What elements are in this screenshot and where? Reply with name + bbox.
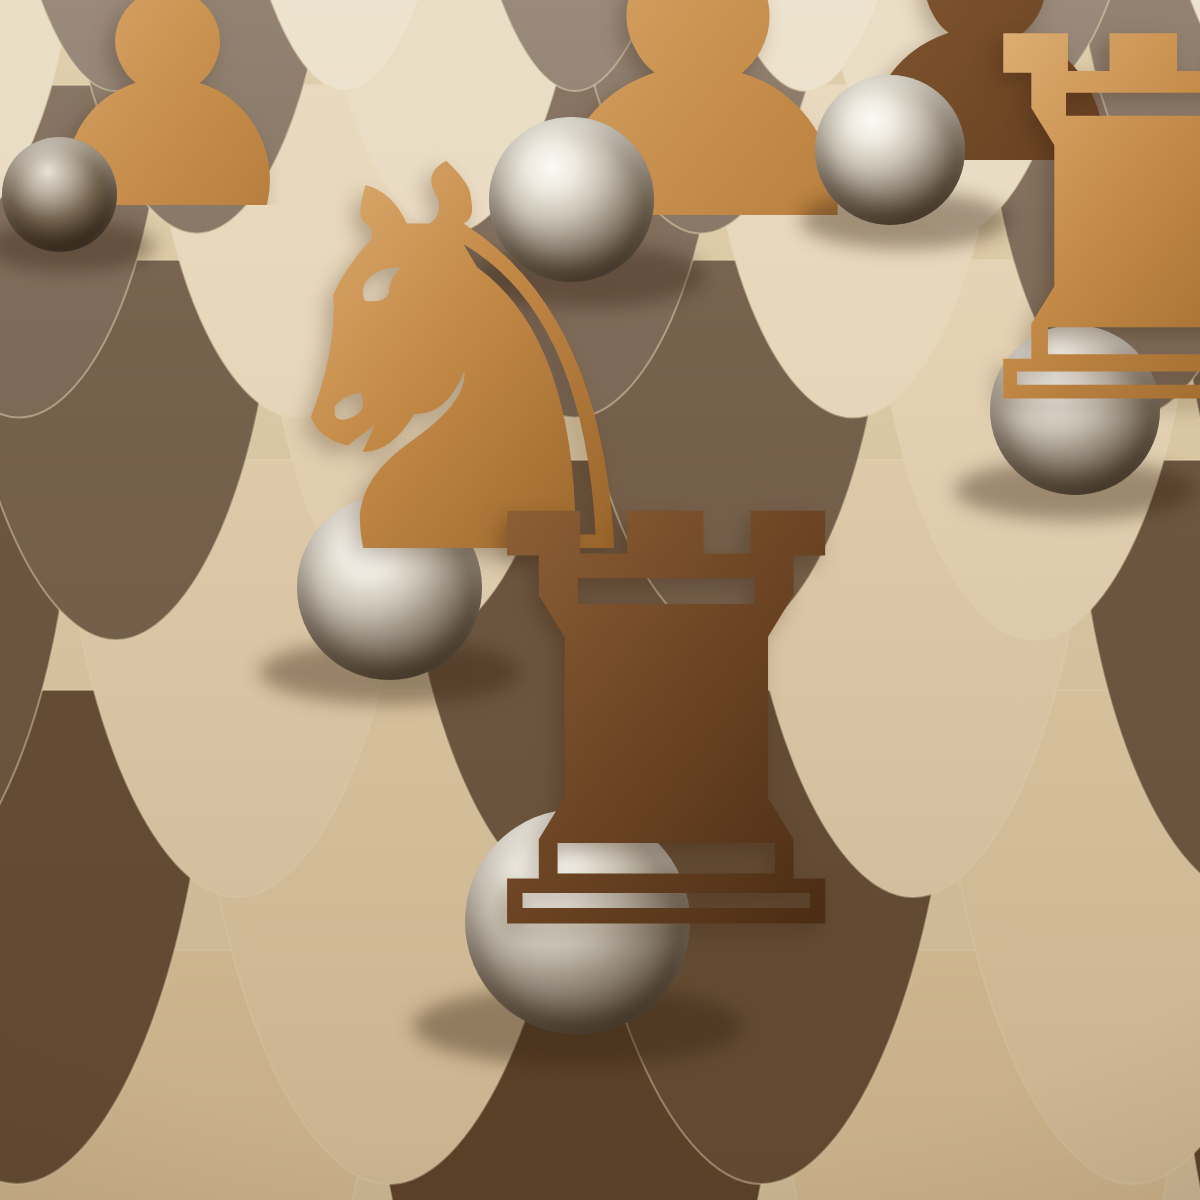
rook-glyph: ♜ — [413, 445, 920, 1010]
rook-glyph: ♜ — [920, 0, 1200, 475]
photo-stage: ♟ ♟ ♟ ♜ ♞ ♜ — [0, 0, 1200, 1200]
metal-ball-base — [2, 137, 117, 252]
